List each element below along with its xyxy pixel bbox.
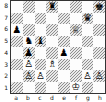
- white-bishop-icon: ♗: [46, 59, 58, 71]
- square-g2[interactable]: ♙: [82, 70, 94, 82]
- white-pawn-icon: ♙: [23, 70, 35, 82]
- white-pawn-icon: ♙: [23, 59, 35, 71]
- file-label-e: e: [58, 94, 70, 102]
- square-a1[interactable]: [11, 82, 23, 94]
- square-f1[interactable]: ♔: [70, 82, 82, 94]
- square-c4[interactable]: [35, 47, 47, 59]
- square-d1[interactable]: [46, 82, 58, 94]
- white-pawn-icon: ♙: [93, 70, 105, 82]
- square-e6[interactable]: [58, 24, 70, 36]
- square-g7[interactable]: ♛: [82, 13, 94, 25]
- square-f5[interactable]: [70, 36, 82, 48]
- white-pawn-icon: ♙: [82, 70, 94, 82]
- square-h2[interactable]: ♙: [93, 70, 105, 82]
- black-rook-icon: ♜: [46, 1, 58, 13]
- square-h4[interactable]: [93, 47, 105, 59]
- rank-label-4: 4: [0, 47, 10, 59]
- chess-diagram: 87654321 ♜♚♛♟♕♞♝♟♟♙♗♙♙♙♙♔ abcdefgh: [0, 0, 106, 102]
- black-pawn-icon: ♟: [23, 47, 35, 59]
- black-pawn-icon: ♟: [11, 24, 23, 36]
- file-label-b: b: [22, 94, 34, 102]
- square-b2[interactable]: ♙: [23, 70, 35, 82]
- square-h7[interactable]: [93, 13, 105, 25]
- rank-labels: 87654321: [0, 0, 10, 94]
- square-e1[interactable]: [58, 82, 70, 94]
- file-label-h: h: [94, 94, 106, 102]
- rank-label-1: 1: [0, 82, 10, 94]
- square-f2[interactable]: [70, 70, 82, 82]
- square-b7[interactable]: [23, 13, 35, 25]
- square-a5[interactable]: [11, 36, 23, 48]
- rank-label-2: 2: [0, 71, 10, 83]
- square-a3[interactable]: [11, 59, 23, 71]
- square-h5[interactable]: [93, 36, 105, 48]
- square-g5[interactable]: [82, 36, 94, 48]
- square-d2[interactable]: [46, 70, 58, 82]
- square-h3[interactable]: [93, 59, 105, 71]
- file-label-a: a: [10, 94, 22, 102]
- chess-board: ♜♚♛♟♕♞♝♟♟♙♗♙♙♙♙♔: [10, 0, 106, 94]
- square-e3[interactable]: [58, 59, 70, 71]
- white-queen-icon: ♕: [70, 24, 82, 36]
- file-labels: abcdefgh: [10, 94, 106, 102]
- square-c6[interactable]: [35, 24, 47, 36]
- square-g1[interactable]: [82, 82, 94, 94]
- square-e2[interactable]: [58, 70, 70, 82]
- square-f7[interactable]: [70, 13, 82, 25]
- rank-label-5: 5: [0, 35, 10, 47]
- square-f8[interactable]: [70, 1, 82, 13]
- square-c7[interactable]: [35, 13, 47, 25]
- square-f6[interactable]: ♕: [70, 24, 82, 36]
- square-d8[interactable]: ♜: [46, 1, 58, 13]
- square-f3[interactable]: [70, 59, 82, 71]
- square-c5[interactable]: ♝: [35, 36, 47, 48]
- square-f4[interactable]: [70, 47, 82, 59]
- file-label-c: c: [34, 94, 46, 102]
- square-d4[interactable]: [46, 47, 58, 59]
- square-b5[interactable]: ♞: [23, 36, 35, 48]
- square-b1[interactable]: [23, 82, 35, 94]
- square-b6[interactable]: [23, 24, 35, 36]
- white-king-icon: ♔: [70, 82, 82, 94]
- square-d3[interactable]: ♗: [46, 59, 58, 71]
- square-g6[interactable]: [82, 24, 94, 36]
- square-b4[interactable]: ♟: [23, 47, 35, 59]
- black-knight-icon: ♞: [23, 36, 35, 48]
- black-queen-icon: ♛: [82, 13, 94, 25]
- file-label-f: f: [70, 94, 82, 102]
- black-bishop-icon: ♝: [35, 36, 47, 48]
- rank-label-3: 3: [0, 59, 10, 71]
- black-king-icon: ♚: [93, 1, 105, 13]
- square-h6[interactable]: [93, 24, 105, 36]
- square-c3[interactable]: [35, 59, 47, 71]
- square-e4[interactable]: ♟: [58, 47, 70, 59]
- square-a6[interactable]: ♟: [11, 24, 23, 36]
- square-a8[interactable]: [11, 1, 23, 13]
- square-g8[interactable]: [82, 1, 94, 13]
- file-label-g: g: [82, 94, 94, 102]
- square-e7[interactable]: [58, 13, 70, 25]
- square-a4[interactable]: [11, 47, 23, 59]
- white-pawn-icon: ♙: [35, 70, 47, 82]
- square-d5[interactable]: [46, 36, 58, 48]
- square-g4[interactable]: [82, 47, 94, 59]
- square-c8[interactable]: [35, 1, 47, 13]
- square-a2[interactable]: [11, 70, 23, 82]
- square-a7[interactable]: [11, 13, 23, 25]
- square-e8[interactable]: [58, 1, 70, 13]
- rank-label-6: 6: [0, 24, 10, 36]
- square-b8[interactable]: [23, 1, 35, 13]
- square-c2[interactable]: ♙: [35, 70, 47, 82]
- black-pawn-icon: ♟: [58, 47, 70, 59]
- square-d6[interactable]: [46, 24, 58, 36]
- square-e5[interactable]: [58, 36, 70, 48]
- square-h8[interactable]: ♚: [93, 1, 105, 13]
- square-c1[interactable]: [35, 82, 47, 94]
- square-d7[interactable]: [46, 13, 58, 25]
- file-label-d: d: [46, 94, 58, 102]
- rank-label-8: 8: [0, 0, 10, 12]
- square-h1[interactable]: [93, 82, 105, 94]
- square-g3[interactable]: [82, 59, 94, 71]
- rank-label-7: 7: [0, 12, 10, 24]
- square-b3[interactable]: ♙: [23, 59, 35, 71]
